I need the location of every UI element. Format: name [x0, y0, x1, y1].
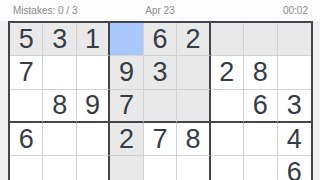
sudoku-app: Mistakes: 0 / 3 Apr 23 00:02 53162793288… — [0, 0, 320, 180]
sudoku-cell-r1c4[interactable] — [110, 23, 143, 56]
sudoku-cell-r3c5[interactable] — [144, 90, 177, 123]
sudoku-cell-r2c7[interactable]: 2 — [211, 56, 244, 89]
date-label: Apr 23 — [0, 0, 320, 21]
sudoku-cell-r4c9[interactable]: 4 — [278, 123, 311, 156]
sudoku-cell-r4c2[interactable] — [43, 123, 76, 156]
sudoku-cell-r2c2[interactable] — [43, 56, 76, 89]
sudoku-cell-r1c3[interactable]: 1 — [77, 23, 110, 56]
sudoku-cell-r3c8[interactable]: 6 — [244, 90, 277, 123]
sudoku-cell-r4c8[interactable] — [244, 123, 277, 156]
sudoku-cell-r4c5[interactable]: 7 — [144, 123, 177, 156]
sudoku-cell-r5c4[interactable] — [110, 156, 143, 180]
game-timer: 00:02 — [283, 0, 308, 21]
sudoku-cell-r5c3[interactable] — [77, 156, 110, 180]
sudoku-cell-r3c9[interactable]: 3 — [278, 90, 311, 123]
sudoku-cell-r5c6[interactable] — [177, 156, 210, 180]
sudoku-cell-r5c1[interactable] — [10, 156, 43, 180]
sudoku-cell-r1c7[interactable] — [211, 23, 244, 56]
sudoku-cell-r1c2[interactable]: 3 — [43, 23, 76, 56]
sudoku-cell-r5c9[interactable]: 6 — [278, 156, 311, 180]
sudoku-cell-r5c2[interactable] — [43, 156, 76, 180]
sudoku-cell-r3c3[interactable]: 9 — [77, 90, 110, 123]
sudoku-cell-r5c8[interactable] — [244, 156, 277, 180]
sudoku-cell-r4c7[interactable] — [211, 123, 244, 156]
top-bar: Mistakes: 0 / 3 Apr 23 00:02 — [0, 0, 320, 21]
sudoku-cell-r2c4[interactable]: 9 — [110, 56, 143, 89]
sudoku-cell-r5c7[interactable] — [211, 156, 244, 180]
sudoku-cell-r1c1[interactable]: 5 — [10, 23, 43, 56]
sudoku-cell-r2c3[interactable] — [77, 56, 110, 89]
sudoku-cell-r1c8[interactable] — [244, 23, 277, 56]
sudoku-cell-r1c6[interactable]: 2 — [177, 23, 210, 56]
sudoku-cell-r1c9[interactable] — [278, 23, 311, 56]
sudoku-cell-r4c4[interactable]: 2 — [110, 123, 143, 156]
sudoku-cell-r4c3[interactable] — [77, 123, 110, 156]
sudoku-cell-r2c1[interactable]: 7 — [10, 56, 43, 89]
sudoku-cell-r3c2[interactable]: 8 — [43, 90, 76, 123]
sudoku-cell-r3c7[interactable] — [211, 90, 244, 123]
sudoku-cell-r4c1[interactable]: 6 — [10, 123, 43, 156]
sudoku-cell-r2c6[interactable] — [177, 56, 210, 89]
sudoku-cell-r4c6[interactable]: 8 — [177, 123, 210, 156]
sudoku-cell-r1c5[interactable]: 6 — [144, 23, 177, 56]
sudoku-cell-r2c9[interactable] — [278, 56, 311, 89]
sudoku-board: 531627932889763627846 — [8, 21, 313, 180]
sudoku-cell-r3c1[interactable] — [10, 90, 43, 123]
sudoku-cell-r2c5[interactable]: 3 — [144, 56, 177, 89]
sudoku-cell-r3c6[interactable] — [177, 90, 210, 123]
sudoku-cell-r2c8[interactable]: 8 — [244, 56, 277, 89]
sudoku-cell-r5c5[interactable] — [144, 156, 177, 180]
sudoku-cell-r3c4[interactable]: 7 — [110, 90, 143, 123]
